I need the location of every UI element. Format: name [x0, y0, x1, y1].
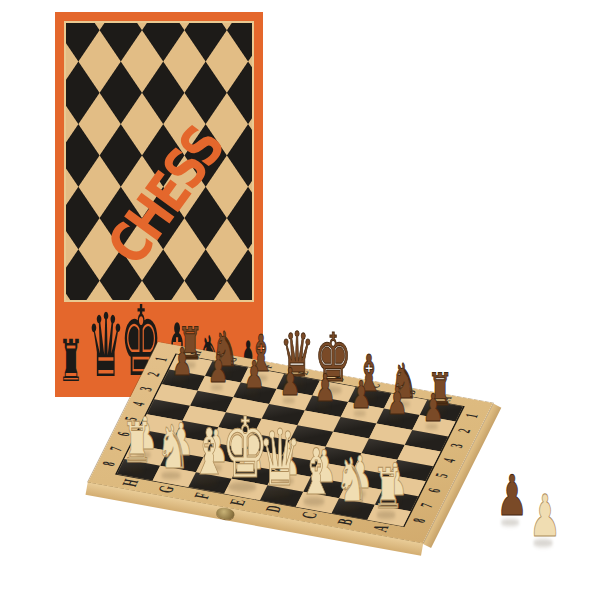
rook-silhouette-icon: ♜	[59, 332, 84, 390]
file-label-front: C	[298, 511, 321, 521]
rank-label-right: 5	[433, 472, 452, 479]
rank-label-right: 8	[410, 517, 429, 524]
chess-board: HGFEDCBAHGFEDCBA1234567812345678	[88, 342, 493, 543]
rank-label-right: 7	[418, 502, 437, 509]
rank-label-right: 2	[455, 427, 474, 434]
rank-label-left: 4	[129, 401, 148, 408]
rank-label-left: 7	[107, 446, 126, 453]
rank-label-left: 3	[137, 386, 156, 393]
file-label-front: G	[155, 484, 178, 494]
rank-label-left: 5	[122, 416, 141, 423]
rank-label-right: 3	[448, 442, 467, 449]
file-label-front: H	[119, 478, 142, 488]
file-label-front: A	[369, 524, 392, 534]
dark-pawn: ♟	[496, 468, 527, 524]
file-label-front: F	[191, 491, 213, 500]
file-label-front: B	[334, 517, 357, 526]
rank-label-left: 6	[114, 431, 133, 438]
chess-box: CHESS ♜♛♚♝♞♟	[55, 12, 263, 397]
file-label-far: F	[259, 363, 274, 369]
file-label-front: D	[262, 504, 285, 514]
piece-shadow	[501, 519, 520, 526]
rank-label-left: 1	[152, 356, 171, 363]
file-label-front: E	[226, 498, 249, 507]
brass-clasp-icon	[216, 507, 236, 521]
rank-label-right: 4	[440, 457, 459, 464]
piece-shadow	[533, 539, 553, 547]
product-photo-chess-set: CHESS ♜♛♚♝♞♟ HGFEDCBAHGFEDCBA12345678123…	[0, 0, 600, 600]
rank-label-right: 6	[425, 487, 444, 494]
rank-label-left: 2	[144, 371, 163, 378]
rank-label-right: 1	[463, 412, 482, 419]
rank-label-left: 8	[100, 460, 119, 467]
light-pawn: ♟	[529, 487, 561, 545]
